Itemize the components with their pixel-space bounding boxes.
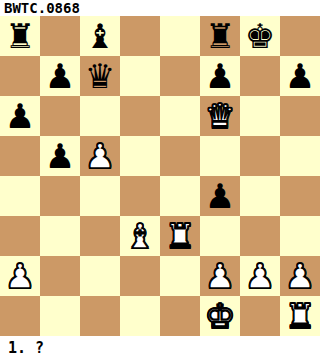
square-e7[interactable]	[160, 56, 200, 96]
square-f2[interactable]: ♟	[200, 256, 240, 296]
square-a5[interactable]	[0, 136, 40, 176]
chess-puzzle-app: BWTC.0868 ♜♝♜♚♟♛♟♟♟♛♟♟♟♝♜♟♟♟♟♚♜ 1. ?	[0, 0, 320, 360]
square-h7[interactable]: ♟	[280, 56, 320, 96]
square-c8[interactable]: ♝	[80, 16, 120, 56]
square-b1[interactable]	[40, 296, 80, 336]
square-e3[interactable]: ♜	[160, 216, 200, 256]
square-d8[interactable]	[120, 16, 160, 56]
square-h8[interactable]	[280, 16, 320, 56]
square-a6[interactable]: ♟	[0, 96, 40, 136]
square-f8[interactable]: ♜	[200, 16, 240, 56]
square-a3[interactable]	[0, 216, 40, 256]
square-c3[interactable]	[80, 216, 120, 256]
black-bishop[interactable]: ♝	[85, 16, 115, 56]
square-c7[interactable]: ♛	[80, 56, 120, 96]
square-c1[interactable]	[80, 296, 120, 336]
square-f7[interactable]: ♟	[200, 56, 240, 96]
square-d1[interactable]	[120, 296, 160, 336]
black-king[interactable]: ♚	[245, 16, 275, 56]
black-pawn[interactable]: ♟	[45, 56, 75, 96]
square-b4[interactable]	[40, 176, 80, 216]
square-h4[interactable]	[280, 176, 320, 216]
square-d6[interactable]	[120, 96, 160, 136]
square-d2[interactable]	[120, 256, 160, 296]
black-pawn[interactable]: ♟	[5, 96, 35, 136]
square-d7[interactable]	[120, 56, 160, 96]
square-a2[interactable]: ♟	[0, 256, 40, 296]
black-queen[interactable]: ♛	[85, 56, 115, 96]
square-e4[interactable]	[160, 176, 200, 216]
square-h5[interactable]	[280, 136, 320, 176]
square-f1[interactable]: ♚	[200, 296, 240, 336]
square-g7[interactable]	[240, 56, 280, 96]
square-a4[interactable]	[0, 176, 40, 216]
square-e2[interactable]	[160, 256, 200, 296]
square-f5[interactable]	[200, 136, 240, 176]
white-king[interactable]: ♚	[205, 296, 235, 336]
black-rook[interactable]: ♜	[5, 16, 35, 56]
square-e6[interactable]	[160, 96, 200, 136]
square-c4[interactable]	[80, 176, 120, 216]
square-f6[interactable]: ♛	[200, 96, 240, 136]
square-g1[interactable]	[240, 296, 280, 336]
black-pawn[interactable]: ♟	[205, 176, 235, 216]
square-a8[interactable]: ♜	[0, 16, 40, 56]
white-bishop[interactable]: ♝	[125, 216, 155, 256]
square-e5[interactable]	[160, 136, 200, 176]
move-prompt: 1. ?	[8, 339, 44, 357]
square-f4[interactable]: ♟	[200, 176, 240, 216]
black-rook[interactable]: ♜	[205, 16, 235, 56]
square-g3[interactable]	[240, 216, 280, 256]
title-bar: BWTC.0868	[0, 0, 320, 16]
square-g4[interactable]	[240, 176, 280, 216]
white-queen[interactable]: ♛	[205, 96, 235, 136]
square-b2[interactable]	[40, 256, 80, 296]
puzzle-id: BWTC.0868	[4, 0, 80, 16]
square-d3[interactable]: ♝	[120, 216, 160, 256]
white-pawn[interactable]: ♟	[285, 256, 315, 296]
white-rook[interactable]: ♜	[285, 296, 315, 336]
square-c5[interactable]: ♟	[80, 136, 120, 176]
white-rook[interactable]: ♜	[165, 216, 195, 256]
square-h2[interactable]: ♟	[280, 256, 320, 296]
square-g2[interactable]: ♟	[240, 256, 280, 296]
square-e8[interactable]	[160, 16, 200, 56]
square-a1[interactable]	[0, 296, 40, 336]
square-f3[interactable]	[200, 216, 240, 256]
square-h1[interactable]: ♜	[280, 296, 320, 336]
square-g6[interactable]	[240, 96, 280, 136]
square-a7[interactable]	[0, 56, 40, 96]
white-pawn[interactable]: ♟	[5, 256, 35, 296]
square-b7[interactable]: ♟	[40, 56, 80, 96]
square-c2[interactable]	[80, 256, 120, 296]
white-pawn[interactable]: ♟	[205, 256, 235, 296]
square-b6[interactable]	[40, 96, 80, 136]
square-g8[interactable]: ♚	[240, 16, 280, 56]
white-pawn[interactable]: ♟	[245, 256, 275, 296]
footer: 1. ?	[0, 336, 320, 360]
black-pawn[interactable]: ♟	[285, 56, 315, 96]
square-b8[interactable]	[40, 16, 80, 56]
black-pawn[interactable]: ♟	[205, 56, 235, 96]
black-pawn[interactable]: ♟	[45, 136, 75, 176]
chess-board: ♜♝♜♚♟♛♟♟♟♛♟♟♟♝♜♟♟♟♟♚♜	[0, 16, 320, 336]
square-h6[interactable]	[280, 96, 320, 136]
square-d5[interactable]	[120, 136, 160, 176]
square-b3[interactable]	[40, 216, 80, 256]
square-e1[interactable]	[160, 296, 200, 336]
square-b5[interactable]: ♟	[40, 136, 80, 176]
square-h3[interactable]	[280, 216, 320, 256]
square-d4[interactable]	[120, 176, 160, 216]
square-g5[interactable]	[240, 136, 280, 176]
square-c6[interactable]	[80, 96, 120, 136]
white-pawn[interactable]: ♟	[85, 136, 115, 176]
